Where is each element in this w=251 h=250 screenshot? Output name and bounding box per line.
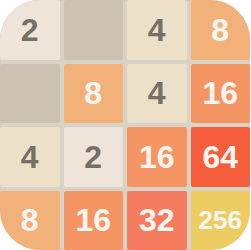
empty-cell-r2c1 [0, 64, 60, 124]
empty-cell-r1c2 [64, 0, 124, 60]
tile-4-r3c1: 4 [0, 127, 60, 187]
2048-board[interactable]: 248841642166481632256 [0, 0, 250, 250]
tile-16-r4c2: 16 [64, 191, 124, 250]
tile-8-r1c4: 8 [191, 0, 251, 60]
tile-16-r3c3: 16 [127, 127, 187, 187]
tile-4-r1c3: 4 [127, 0, 187, 60]
tile-2-r1c1: 2 [0, 0, 60, 60]
tile-2-r3c2: 2 [64, 127, 124, 187]
tile-8-r2c2: 8 [64, 64, 124, 124]
tile-64-r3c4: 64 [191, 127, 251, 187]
tile-4-r2c3: 4 [127, 64, 187, 124]
tile-32-r4c3: 32 [127, 191, 187, 250]
tile-16-r2c4: 16 [191, 64, 251, 124]
tile-8-r4c1: 8 [0, 191, 60, 250]
tile-256-r4c4: 256 [191, 191, 251, 250]
